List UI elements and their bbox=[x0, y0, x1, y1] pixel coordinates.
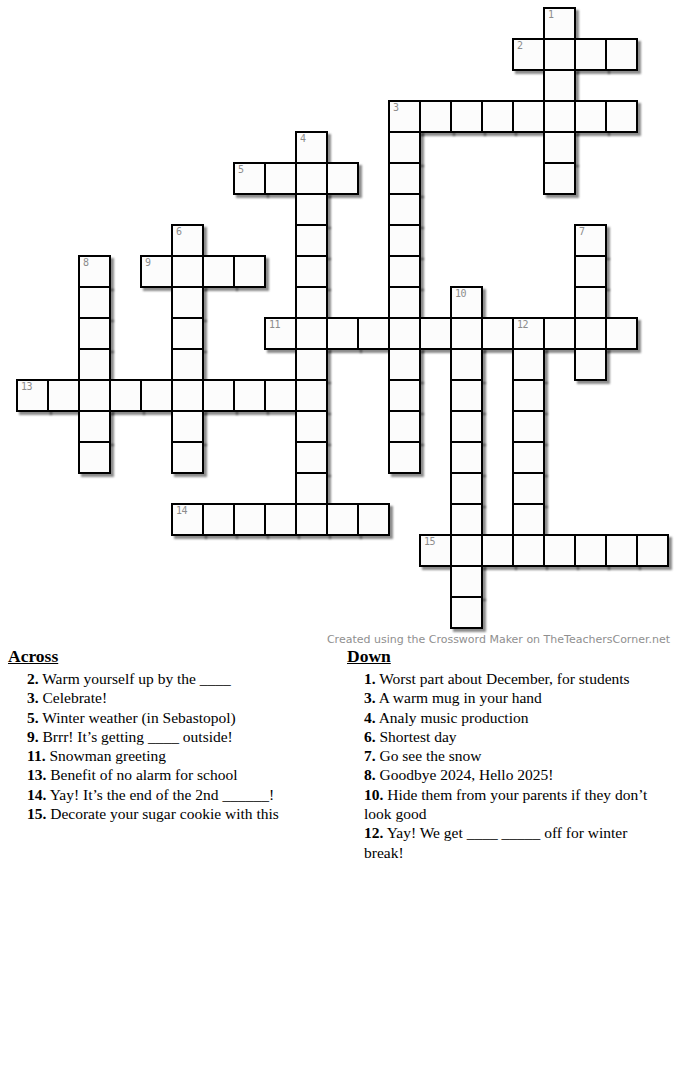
cell-r12-c5[interactable] bbox=[171, 379, 204, 412]
cell-r9-c14[interactable]: 10 bbox=[450, 286, 483, 319]
cell-r16-c7[interactable] bbox=[233, 503, 266, 536]
cell-r10-c14[interactable] bbox=[450, 317, 483, 350]
cell-r3-c12[interactable]: 3 bbox=[388, 100, 421, 133]
cell-r10-c13[interactable] bbox=[419, 317, 452, 350]
clue-across-14: 14. Yay! It’s the end of the 2nd ______! bbox=[27, 785, 347, 804]
cell-r10-c17[interactable] bbox=[543, 317, 576, 350]
cell-r13-c14[interactable] bbox=[450, 410, 483, 443]
down-heading: Down bbox=[347, 646, 674, 666]
cell-r17-c13[interactable]: 15 bbox=[419, 534, 452, 567]
clue-number: 5. bbox=[27, 709, 39, 726]
cell-r9-c2[interactable] bbox=[78, 286, 111, 319]
cell-r8-c4[interactable]: 9 bbox=[140, 255, 173, 288]
cell-r12-c3[interactable] bbox=[109, 379, 142, 412]
cell-r16-c14[interactable] bbox=[450, 503, 483, 536]
cell-r5-c10[interactable] bbox=[326, 162, 359, 195]
cell-r11-c5[interactable] bbox=[171, 348, 204, 381]
cell-r6-c9[interactable] bbox=[295, 193, 328, 226]
cell-number-3: 3 bbox=[393, 103, 399, 113]
cell-number-4: 4 bbox=[300, 134, 306, 144]
cell-r5-c17[interactable] bbox=[543, 162, 576, 195]
clue-down-7: 7. Go see the snow bbox=[364, 746, 660, 765]
cell-r3-c14[interactable] bbox=[450, 100, 483, 133]
cell-number-12: 12 bbox=[517, 320, 528, 330]
clue-text: Benefit of no alarm for school bbox=[50, 766, 237, 783]
cell-r11-c18[interactable] bbox=[574, 348, 607, 381]
cell-r15-c16[interactable] bbox=[512, 472, 545, 505]
cell-number-11: 11 bbox=[269, 320, 280, 330]
cell-r15-c9[interactable] bbox=[295, 472, 328, 505]
across-heading: Across bbox=[8, 646, 347, 666]
down-clue-list: 1. Worst part about December, for studen… bbox=[347, 669, 674, 862]
down-clues-column: Down 1. Worst part about December, for s… bbox=[347, 646, 674, 862]
cell-r3-c19[interactable] bbox=[605, 100, 638, 133]
clue-across-15: 15. Decorate your sugar cookie with this bbox=[27, 804, 347, 823]
cell-r16-c10[interactable] bbox=[326, 503, 359, 536]
cell-number-15: 15 bbox=[424, 537, 435, 547]
clue-down-12: 12. Yay! We get ____ _____ off for winte… bbox=[364, 823, 660, 862]
cell-r10-c5[interactable] bbox=[171, 317, 204, 350]
cell-r17-c18[interactable] bbox=[574, 534, 607, 567]
cell-r17-c16[interactable] bbox=[512, 534, 545, 567]
cell-r7-c5[interactable]: 6 bbox=[171, 224, 204, 257]
cell-r12-c0[interactable]: 13 bbox=[16, 379, 49, 412]
clue-number: 4. bbox=[364, 709, 376, 726]
clue-number: 8. bbox=[364, 766, 376, 783]
cell-r1-c18[interactable] bbox=[574, 38, 607, 71]
clue-number: 6. bbox=[364, 728, 376, 745]
cell-r17-c19[interactable] bbox=[605, 534, 638, 567]
cell-r10-c9[interactable] bbox=[295, 317, 328, 350]
cell-r3-c15[interactable] bbox=[481, 100, 514, 133]
cell-r13-c2[interactable] bbox=[78, 410, 111, 443]
cell-number-13: 13 bbox=[21, 382, 32, 392]
clue-text: Go see the snow bbox=[380, 747, 482, 764]
cell-r10-c19[interactable] bbox=[605, 317, 638, 350]
cell-r16-c11[interactable] bbox=[357, 503, 390, 536]
cell-r10-c18[interactable] bbox=[574, 317, 607, 350]
clue-text: Worst part about December, for students bbox=[379, 670, 629, 687]
cell-r17-c15[interactable] bbox=[481, 534, 514, 567]
clue-text: Shortest day bbox=[380, 728, 457, 745]
cell-number-7: 7 bbox=[579, 227, 585, 237]
cell-r10-c15[interactable] bbox=[481, 317, 514, 350]
cell-r8-c12[interactable] bbox=[388, 255, 421, 288]
cell-r9-c5[interactable] bbox=[171, 286, 204, 319]
cell-r9-c18[interactable] bbox=[574, 286, 607, 319]
cell-r3-c13[interactable] bbox=[419, 100, 452, 133]
cell-r5-c7[interactable]: 5 bbox=[233, 162, 266, 195]
cell-r16-c5[interactable]: 14 bbox=[171, 503, 204, 536]
cell-r19-c14[interactable] bbox=[450, 596, 483, 629]
clue-across-5: 5. Winter weather (in Sebastopol) bbox=[27, 708, 347, 727]
cell-r17-c20[interactable] bbox=[636, 534, 669, 567]
cell-r14-c5[interactable] bbox=[171, 441, 204, 474]
cell-r12-c14[interactable] bbox=[450, 379, 483, 412]
cell-number-6: 6 bbox=[176, 227, 182, 237]
cell-r12-c1[interactable] bbox=[47, 379, 80, 412]
cell-r11-c2[interactable] bbox=[78, 348, 111, 381]
cell-r3-c17[interactable] bbox=[543, 100, 576, 133]
clue-down-6: 6. Shortest day bbox=[364, 727, 660, 746]
cell-r8-c6[interactable] bbox=[202, 255, 235, 288]
clue-down-10: 10. Hide them from your parents if they … bbox=[364, 785, 660, 824]
clue-text: A warm mug in your hand bbox=[379, 689, 542, 706]
cell-number-1: 1 bbox=[548, 10, 554, 20]
cell-r8-c9[interactable] bbox=[295, 255, 328, 288]
cell-r10-c12[interactable] bbox=[388, 317, 421, 350]
cell-r12-c7[interactable] bbox=[233, 379, 266, 412]
cell-r15-c14[interactable] bbox=[450, 472, 483, 505]
cell-r14-c16[interactable] bbox=[512, 441, 545, 474]
cell-r12-c6[interactable] bbox=[202, 379, 235, 412]
cell-r16-c16[interactable] bbox=[512, 503, 545, 536]
cell-r10-c8[interactable]: 11 bbox=[264, 317, 297, 350]
clue-text: Celebrate! bbox=[43, 689, 108, 706]
clue-text: Hide them from your parents if they don’… bbox=[364, 786, 647, 822]
clue-text: Brrr! It’s getting ____ outside! bbox=[43, 728, 233, 745]
clue-text: Goodbye 2024, Hello 2025! bbox=[380, 766, 554, 783]
clue-number: 13. bbox=[27, 766, 46, 783]
cell-r13-c12[interactable] bbox=[388, 410, 421, 443]
cell-r5-c9[interactable] bbox=[295, 162, 328, 195]
cell-r9-c9[interactable] bbox=[295, 286, 328, 319]
clue-number: 1. bbox=[364, 670, 376, 687]
cell-r12-c9[interactable] bbox=[295, 379, 328, 412]
cell-number-2: 2 bbox=[517, 41, 523, 51]
clue-across-3: 3. Celebrate! bbox=[27, 688, 347, 707]
across-clues-column: Across 2. Warm yourself up by the ____3.… bbox=[8, 646, 347, 823]
clue-across-2: 2. Warm yourself up by the ____ bbox=[27, 669, 347, 688]
cell-r13-c16[interactable] bbox=[512, 410, 545, 443]
cell-r16-c9[interactable] bbox=[295, 503, 328, 536]
attribution-text: Created using the Crossword Maker on The… bbox=[327, 633, 670, 646]
cell-r8-c18[interactable] bbox=[574, 255, 607, 288]
clue-down-3: 3. A warm mug in your hand bbox=[364, 688, 660, 707]
clue-across-9: 9. Brrr! It’s getting ____ outside! bbox=[27, 727, 347, 746]
cell-r17-c14[interactable] bbox=[450, 534, 483, 567]
cell-r16-c8[interactable] bbox=[264, 503, 297, 536]
cell-r0-c17[interactable]: 1 bbox=[543, 7, 576, 40]
cell-r3-c16[interactable] bbox=[512, 100, 545, 133]
clue-number: 14. bbox=[27, 786, 46, 803]
cell-r11-c16[interactable] bbox=[512, 348, 545, 381]
clue-text: Analy music production bbox=[379, 709, 529, 726]
clue-down-8: 8. Goodbye 2024, Hello 2025! bbox=[364, 765, 660, 784]
cell-r8-c5[interactable] bbox=[171, 255, 204, 288]
clue-number: 11. bbox=[27, 747, 46, 764]
cell-number-8: 8 bbox=[83, 258, 89, 268]
clue-text: Snowman greeting bbox=[49, 747, 166, 764]
cell-r11-c14[interactable] bbox=[450, 348, 483, 381]
cell-number-9: 9 bbox=[145, 258, 151, 268]
clue-across-13: 13. Benefit of no alarm for school bbox=[27, 765, 347, 784]
cell-number-5: 5 bbox=[238, 165, 244, 175]
cell-r14-c12[interactable] bbox=[388, 441, 421, 474]
clue-number: 9. bbox=[27, 728, 39, 745]
cell-r12-c8[interactable] bbox=[264, 379, 297, 412]
clue-number: 3. bbox=[364, 689, 376, 706]
cell-r14-c14[interactable] bbox=[450, 441, 483, 474]
cell-r5-c12[interactable] bbox=[388, 162, 421, 195]
cell-r10-c10[interactable] bbox=[326, 317, 359, 350]
cell-r4-c12[interactable] bbox=[388, 131, 421, 164]
cell-r7-c18[interactable]: 7 bbox=[574, 224, 607, 257]
cell-r16-c6[interactable] bbox=[202, 503, 235, 536]
crossword-grid: 123456789101112131415 bbox=[0, 0, 681, 632]
clue-number: 2. bbox=[27, 670, 39, 687]
cell-r3-c18[interactable] bbox=[574, 100, 607, 133]
cell-r1-c19[interactable] bbox=[605, 38, 638, 71]
clue-text: Warm yourself up by the ____ bbox=[42, 670, 231, 687]
cell-r7-c9[interactable] bbox=[295, 224, 328, 257]
clue-number: 12. bbox=[364, 824, 383, 841]
cell-number-14: 14 bbox=[176, 506, 187, 516]
cell-r10-c16[interactable]: 12 bbox=[512, 317, 545, 350]
cell-r1-c16[interactable]: 2 bbox=[512, 38, 545, 71]
cell-r6-c12[interactable] bbox=[388, 193, 421, 226]
cell-r17-c17[interactable] bbox=[543, 534, 576, 567]
clue-number: 10. bbox=[364, 786, 383, 803]
clue-text: Yay! It’s the end of the 2nd ______! bbox=[50, 786, 274, 803]
cell-r13-c9[interactable] bbox=[295, 410, 328, 443]
clue-text: Winter weather (in Sebastopol) bbox=[42, 709, 236, 726]
cell-r14-c2[interactable] bbox=[78, 441, 111, 474]
cell-r12-c2[interactable] bbox=[78, 379, 111, 412]
clue-text: Decorate your sugar cookie with this bbox=[50, 805, 279, 822]
cell-r2-c17[interactable] bbox=[543, 69, 576, 102]
cell-r11-c9[interactable] bbox=[295, 348, 328, 381]
cell-r11-c12[interactable] bbox=[388, 348, 421, 381]
cell-r13-c5[interactable] bbox=[171, 410, 204, 443]
clue-number: 3. bbox=[27, 689, 39, 706]
clue-down-4: 4. Analy music production bbox=[364, 708, 660, 727]
cell-number-10: 10 bbox=[455, 289, 466, 299]
cell-r14-c9[interactable] bbox=[295, 441, 328, 474]
clue-number: 7. bbox=[364, 747, 376, 764]
cell-r5-c8[interactable] bbox=[264, 162, 297, 195]
cell-r8-c2[interactable]: 8 bbox=[78, 255, 111, 288]
clue-down-1: 1. Worst part about December, for studen… bbox=[364, 669, 660, 688]
cell-r12-c4[interactable] bbox=[140, 379, 173, 412]
cell-r8-c7[interactable] bbox=[233, 255, 266, 288]
cell-r10-c11[interactable] bbox=[357, 317, 390, 350]
clue-number: 15. bbox=[27, 805, 46, 822]
clue-text: Yay! We get ____ _____ off for winter br… bbox=[364, 824, 627, 860]
cell-r4-c17[interactable] bbox=[543, 131, 576, 164]
cell-r1-c17[interactable] bbox=[543, 38, 576, 71]
across-clue-list: 2. Warm yourself up by the ____3. Celebr… bbox=[8, 669, 347, 823]
cell-r12-c16[interactable] bbox=[512, 379, 545, 412]
cell-r7-c12[interactable] bbox=[388, 224, 421, 257]
cell-r4-c9[interactable]: 4 bbox=[295, 131, 328, 164]
cell-r12-c12[interactable] bbox=[388, 379, 421, 412]
cell-r10-c2[interactable] bbox=[78, 317, 111, 350]
cell-r18-c14[interactable] bbox=[450, 565, 483, 598]
cell-r9-c12[interactable] bbox=[388, 286, 421, 319]
clue-across-11: 11. Snowman greeting bbox=[27, 746, 347, 765]
clues-section: Across 2. Warm yourself up by the ____3.… bbox=[8, 646, 674, 862]
